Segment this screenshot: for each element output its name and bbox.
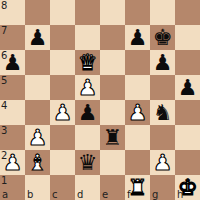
square-b2[interactable]: ♝	[25, 150, 50, 175]
square-e5[interactable]	[100, 75, 125, 100]
square-h1[interactable]: h♚	[175, 175, 200, 200]
square-h7[interactable]	[175, 25, 200, 50]
square-f3[interactable]	[125, 125, 150, 150]
square-g5[interactable]	[150, 75, 175, 100]
square-c8[interactable]	[50, 0, 75, 25]
square-f5[interactable]	[125, 75, 150, 100]
file-label-g: g	[152, 189, 158, 200]
square-b6[interactable]	[25, 50, 50, 75]
file-label-h: h	[177, 189, 183, 200]
square-e7[interactable]	[100, 25, 125, 50]
square-g2[interactable]: ♟	[150, 150, 175, 175]
white-pawn-d5[interactable]: ♟	[75, 75, 100, 100]
rank-label-4: 4	[1, 100, 7, 112]
square-b7[interactable]: ♟	[25, 25, 50, 50]
square-e6[interactable]	[100, 50, 125, 75]
square-a2[interactable]: 2♟	[0, 150, 25, 175]
square-h2[interactable]	[175, 150, 200, 175]
square-d4[interactable]: ♟	[75, 100, 100, 125]
square-c4[interactable]: ♟	[50, 100, 75, 125]
square-c2[interactable]	[50, 150, 75, 175]
rank-label-7: 7	[1, 25, 7, 37]
white-pawn-c4[interactable]: ♟	[50, 100, 75, 125]
square-d1[interactable]: d	[75, 175, 100, 200]
square-e4[interactable]	[100, 100, 125, 125]
rank-label-6: 6	[1, 50, 7, 62]
square-b5[interactable]	[25, 75, 50, 100]
square-c1[interactable]: c	[50, 175, 75, 200]
square-h8[interactable]	[175, 0, 200, 25]
square-a7[interactable]: 7	[0, 25, 25, 50]
black-pawn-g6[interactable]: ♟	[150, 50, 175, 75]
square-b8[interactable]	[25, 0, 50, 25]
square-a3[interactable]: 3	[0, 125, 25, 150]
square-c5[interactable]	[50, 75, 75, 100]
square-e1[interactable]: e	[100, 175, 125, 200]
square-f6[interactable]	[125, 50, 150, 75]
black-queen-d2[interactable]: ♛	[75, 150, 100, 175]
square-f7[interactable]: ♟	[125, 25, 150, 50]
square-h3[interactable]	[175, 125, 200, 150]
white-pawn-g2[interactable]: ♟	[150, 150, 175, 175]
square-g1[interactable]: g	[150, 175, 175, 200]
square-b4[interactable]	[25, 100, 50, 125]
rank-label-5: 5	[1, 75, 7, 87]
square-f2[interactable]	[125, 150, 150, 175]
rank-label-3: 3	[1, 125, 7, 137]
square-e2[interactable]	[100, 150, 125, 175]
square-f4[interactable]: ♟	[125, 100, 150, 125]
rank-label-1: 1	[1, 175, 7, 187]
square-e8[interactable]	[100, 0, 125, 25]
black-pawn-d4[interactable]: ♟	[75, 100, 100, 125]
square-h6[interactable]	[175, 50, 200, 75]
white-bishop-b2[interactable]: ♝	[25, 150, 50, 175]
square-f1[interactable]: f♜	[125, 175, 150, 200]
square-a1[interactable]: 1a	[0, 175, 25, 200]
square-h5[interactable]: ♟	[175, 75, 200, 100]
square-b1[interactable]: b	[25, 175, 50, 200]
black-knight-g4[interactable]: ♞	[150, 100, 175, 125]
black-king-g7[interactable]: ♚	[150, 25, 175, 50]
square-h4[interactable]	[175, 100, 200, 125]
square-d3[interactable]	[75, 125, 100, 150]
square-d6[interactable]: ♛	[75, 50, 100, 75]
square-f8[interactable]	[125, 0, 150, 25]
rank-label-2: 2	[1, 150, 7, 162]
square-g4[interactable]: ♞	[150, 100, 175, 125]
square-c3[interactable]	[50, 125, 75, 150]
square-b3[interactable]: ♟	[25, 125, 50, 150]
file-label-f: f	[127, 189, 131, 200]
rank-label-8: 8	[1, 0, 7, 12]
square-g7[interactable]: ♚	[150, 25, 175, 50]
square-d7[interactable]	[75, 25, 100, 50]
square-a5[interactable]: 5	[0, 75, 25, 100]
chess-board: 87♟♟♚6♟♛♟5♟♟4♟♟♟♞3♟♜2♟♝♛♟1abcdef♜gh♚	[0, 0, 200, 200]
file-label-a: a	[2, 189, 8, 200]
white-queen-d6[interactable]: ♛	[75, 50, 100, 75]
file-label-d: d	[77, 189, 83, 200]
white-pawn-f4[interactable]: ♟	[125, 100, 150, 125]
square-e3[interactable]: ♜	[100, 125, 125, 150]
file-label-b: b	[27, 189, 33, 200]
square-g6[interactable]: ♟	[150, 50, 175, 75]
white-pawn-b3[interactable]: ♟	[25, 125, 50, 150]
square-g3[interactable]	[150, 125, 175, 150]
square-a4[interactable]: 4	[0, 100, 25, 125]
file-label-c: c	[52, 189, 58, 200]
square-g8[interactable]	[150, 0, 175, 25]
square-a6[interactable]: 6♟	[0, 50, 25, 75]
black-pawn-b7[interactable]: ♟	[25, 25, 50, 50]
square-a8[interactable]: 8	[0, 0, 25, 25]
black-pawn-f7[interactable]: ♟	[125, 25, 150, 50]
square-d2[interactable]: ♛	[75, 150, 100, 175]
black-pawn-h5[interactable]: ♟	[175, 75, 200, 100]
square-d5[interactable]: ♟	[75, 75, 100, 100]
file-label-e: e	[102, 189, 108, 200]
square-c7[interactable]	[50, 25, 75, 50]
square-c6[interactable]	[50, 50, 75, 75]
square-d8[interactable]	[75, 0, 100, 25]
black-rook-e3[interactable]: ♜	[100, 125, 125, 150]
